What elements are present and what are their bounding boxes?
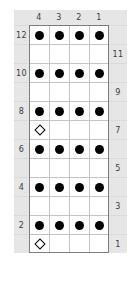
chart-cell-r8c4 — [29, 101, 49, 120]
row-label-left-8: 8 — [14, 101, 29, 120]
row-label-left-blank-3 — [14, 196, 29, 215]
dot-symbol — [55, 69, 64, 78]
chart-cell-r9c1 — [89, 82, 109, 101]
dot-symbol — [35, 145, 44, 154]
row-label-left-12: 12 — [14, 25, 29, 44]
dot-symbol — [35, 183, 44, 192]
chart-cell-r1c1 — [89, 234, 109, 253]
chart-cell-r11c2 — [69, 44, 89, 63]
chart-cell-r4c1 — [89, 177, 109, 196]
chart-cell-r4c3 — [49, 177, 69, 196]
col-label-1: 1 — [89, 10, 109, 25]
chart-cell-r7c2 — [69, 120, 89, 139]
corner-top-right — [109, 10, 127, 25]
dot-symbol — [95, 107, 104, 116]
dot-symbol — [75, 31, 84, 40]
chart-cell-r11c1 — [89, 44, 109, 63]
dot-symbol — [35, 221, 44, 230]
row-label-right-1: 1 — [109, 234, 127, 253]
row-label-right-7: 7 — [109, 120, 127, 139]
diamond-symbol — [34, 124, 45, 135]
row-label-left-6: 6 — [14, 139, 29, 158]
chart-cell-r2c4 — [29, 215, 49, 234]
dot-symbol — [95, 69, 104, 78]
chart-cell-r8c3 — [49, 101, 69, 120]
chart-cell-r11c3 — [49, 44, 69, 63]
chart-cell-r6c3 — [49, 139, 69, 158]
chart-cell-r10c4 — [29, 63, 49, 82]
chart-cell-r7c4 — [29, 120, 49, 139]
chart-cell-r6c1 — [89, 139, 109, 158]
chart-cell-r10c1 — [89, 63, 109, 82]
chart-cell-r12c4 — [29, 25, 49, 44]
row-label-left-blank-5 — [14, 158, 29, 177]
chart-cell-r7c1 — [89, 120, 109, 139]
row-label-right-5: 5 — [109, 158, 127, 177]
col-label-4: 4 — [29, 10, 49, 25]
row-label-left-10: 10 — [14, 63, 29, 82]
chart-cell-r5c4 — [29, 158, 49, 177]
chart-cell-r1c4 — [29, 234, 49, 253]
chart-cell-r5c1 — [89, 158, 109, 177]
row-label-right-blank-12 — [109, 25, 127, 44]
corner-top-left — [14, 10, 29, 25]
chart-cell-r1c3 — [49, 234, 69, 253]
chart-cell-r3c3 — [49, 196, 69, 215]
dot-symbol — [75, 183, 84, 192]
chart-cell-r8c2 — [69, 101, 89, 120]
row-label-right-blank-6 — [109, 139, 127, 158]
row-label-left-blank-11 — [14, 44, 29, 63]
chart-cell-r12c1 — [89, 25, 109, 44]
row-label-right-blank-8 — [109, 101, 127, 120]
dot-symbol — [95, 221, 104, 230]
dot-symbol — [35, 31, 44, 40]
chart-cell-r11c4 — [29, 44, 49, 63]
knitting-chart: 4321121110987654321 — [14, 10, 127, 253]
chart-cell-r9c2 — [69, 82, 89, 101]
row-label-left-blank-9 — [14, 82, 29, 101]
chart-cell-r1c2 — [69, 234, 89, 253]
chart-cell-r12c3 — [49, 25, 69, 44]
row-label-left-blank-7 — [14, 120, 29, 139]
row-label-left-4: 4 — [14, 177, 29, 196]
chart-cell-r4c2 — [69, 177, 89, 196]
dot-symbol — [95, 31, 104, 40]
chart-cell-r2c1 — [89, 215, 109, 234]
dot-symbol — [35, 69, 44, 78]
knitting-chart-grid: 4321121110987654321 — [14, 10, 127, 253]
row-label-right-11: 11 — [109, 44, 127, 63]
dot-symbol — [55, 31, 64, 40]
chart-cell-r9c3 — [49, 82, 69, 101]
dot-symbol — [55, 145, 64, 154]
dot-symbol — [75, 145, 84, 154]
chart-cell-r3c4 — [29, 196, 49, 215]
chart-cell-r10c2 — [69, 63, 89, 82]
chart-cell-r8c1 — [89, 101, 109, 120]
dot-symbol — [55, 183, 64, 192]
chart-cell-r5c3 — [49, 158, 69, 177]
chart-cell-r4c4 — [29, 177, 49, 196]
row-label-left-2: 2 — [14, 215, 29, 234]
chart-cell-r6c4 — [29, 139, 49, 158]
chart-cell-r7c3 — [49, 120, 69, 139]
chart-cell-r12c2 — [69, 25, 89, 44]
chart-cell-r5c2 — [69, 158, 89, 177]
col-label-2: 2 — [69, 10, 89, 25]
dot-symbol — [55, 221, 64, 230]
chart-cell-r3c2 — [69, 196, 89, 215]
chart-cell-r3c1 — [89, 196, 109, 215]
dot-symbol — [75, 221, 84, 230]
row-label-left-blank-1 — [14, 234, 29, 253]
chart-cell-r6c2 — [69, 139, 89, 158]
row-label-right-blank-2 — [109, 215, 127, 234]
dot-symbol — [35, 107, 44, 116]
row-label-right-9: 9 — [109, 82, 127, 101]
dot-symbol — [95, 183, 104, 192]
dot-symbol — [75, 107, 84, 116]
row-label-right-3: 3 — [109, 196, 127, 215]
chart-cell-r2c2 — [69, 215, 89, 234]
col-label-3: 3 — [49, 10, 69, 25]
chart-cell-r10c3 — [49, 63, 69, 82]
chart-cell-r9c4 — [29, 82, 49, 101]
diamond-symbol — [34, 238, 45, 249]
row-label-right-blank-4 — [109, 177, 127, 196]
dot-symbol — [75, 69, 84, 78]
dot-symbol — [55, 107, 64, 116]
chart-cell-r2c3 — [49, 215, 69, 234]
dot-symbol — [95, 145, 104, 154]
row-label-right-blank-10 — [109, 63, 127, 82]
